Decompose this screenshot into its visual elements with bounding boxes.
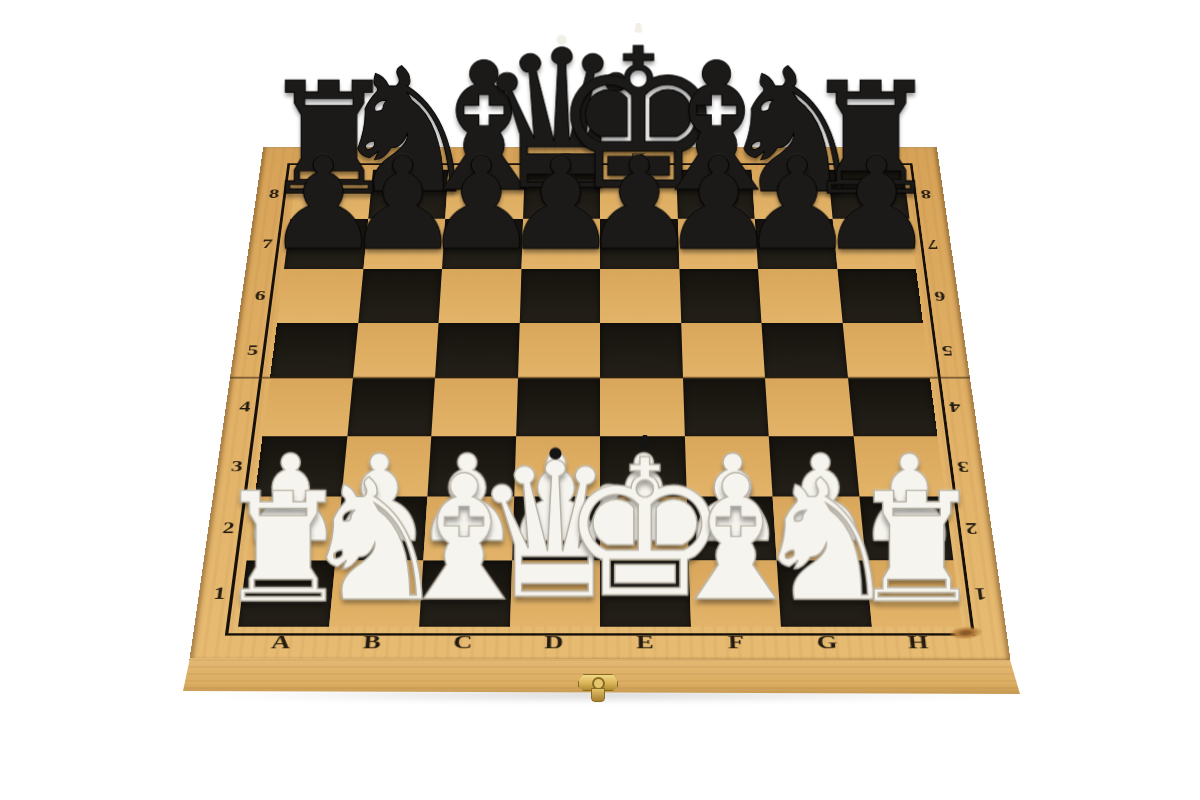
file-label-rotated-c: C [448, 148, 524, 168]
square-g4[interactable] [765, 378, 853, 436]
square-h4[interactable] [848, 378, 938, 436]
square-e6[interactable] [600, 269, 681, 322]
file-label-rotated-f: F [675, 148, 751, 168]
square-b4[interactable] [347, 378, 435, 436]
clasp-tab [591, 688, 605, 702]
white-king-finial [640, 426, 650, 448]
white-rook-h1[interactable]: ♜ [849, 474, 985, 625]
file-label-rotated-e: E [600, 148, 676, 168]
rank-label-4: 4 [222, 378, 268, 436]
square-a5[interactable] [270, 323, 358, 378]
square-f6[interactable] [679, 269, 761, 322]
brass-clasp [578, 674, 616, 700]
square-f5[interactable] [681, 323, 765, 378]
square-c5[interactable] [435, 323, 519, 378]
board-grid: ♜♞♝♛♚♝♞♜♟♟♟♟♟♟♟♟♟♟♟♟♟♟♟♟♜♞♝♛♚♝♞♜ [238, 170, 962, 627]
file-labels-near: ABCDEFGH [234, 627, 965, 655]
square-h1[interactable]: ♜ [865, 560, 962, 627]
file-label-rotated-h: H [825, 148, 903, 168]
file-label-a: A [234, 627, 328, 655]
rank-label-rotated-4: 4 [932, 378, 978, 436]
square-a4[interactable] [263, 378, 353, 436]
rank-label-5: 5 [230, 323, 275, 378]
rank-label-rotated-6: 6 [918, 269, 962, 322]
rank-label-6: 6 [238, 269, 282, 322]
square-h7[interactable]: ♟ [832, 218, 916, 269]
square-h6[interactable] [837, 269, 923, 322]
square-h5[interactable] [842, 323, 930, 378]
file-label-rotated-a: A [297, 148, 375, 168]
file-label-rotated-d: D [524, 148, 600, 168]
square-d6[interactable] [519, 269, 600, 322]
rank-label-rotated-8: 8 [905, 170, 947, 219]
file-labels-far: ABCDEFGH [297, 148, 903, 168]
square-c6[interactable] [439, 269, 521, 322]
chess-board-photo: ♜♞♝♛♚♝♞♜♟♟♟♟♟♟♟♟♟♟♟♟♟♟♟♟♜♞♝♛♚♝♞♜ 8765432… [0, 0, 1200, 800]
rank-label-rotated-7: 7 [911, 218, 954, 269]
file-label-f: F [691, 627, 783, 655]
chess-board: ♜♞♝♛♚♝♞♜♟♟♟♟♟♟♟♟♟♟♟♟♟♟♟♟♜♞♝♛♚♝♞♜ 8765432… [189, 147, 1010, 660]
square-b6[interactable] [358, 269, 442, 322]
square-d5[interactable] [518, 323, 601, 378]
file-label-h: H [872, 627, 966, 655]
board-top-surface: ♜♞♝♛♚♝♞♜♟♟♟♟♟♟♟♟♟♟♟♟♟♟♟♟♜♞♝♛♚♝♞♜ 8765432… [189, 147, 1010, 660]
file-label-d: D [509, 627, 600, 655]
square-a6[interactable] [277, 269, 363, 322]
file-label-rotated-g: G [750, 148, 827, 168]
file-label-e: E [600, 627, 691, 655]
file-label-rotated-b: B [373, 148, 450, 168]
file-label-b: B [326, 627, 419, 655]
square-e5[interactable] [600, 323, 683, 378]
square-g6[interactable] [758, 269, 842, 322]
rank-label-rotated-5: 5 [925, 323, 970, 378]
file-label-c: C [417, 627, 509, 655]
square-g5[interactable] [761, 323, 847, 378]
file-label-g: G [781, 627, 874, 655]
square-b5[interactable] [353, 323, 439, 378]
